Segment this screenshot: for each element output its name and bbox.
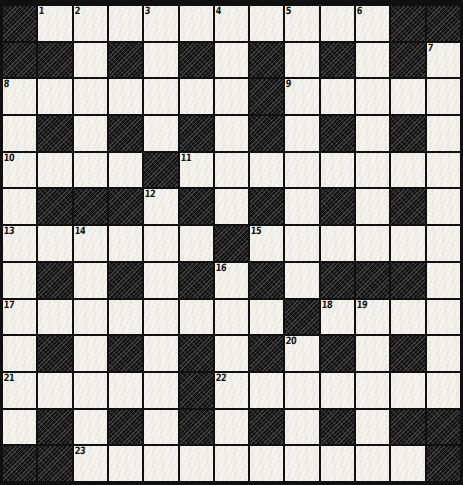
cell-r7c7-black xyxy=(215,226,248,261)
cell-r2c9[interactable] xyxy=(285,43,318,78)
cell-r11c1[interactable]: 21 xyxy=(3,373,36,408)
cell-r9c12[interactable] xyxy=(391,300,424,335)
cell-r7c4[interactable] xyxy=(109,226,142,261)
clue-number-7: 7 xyxy=(427,43,433,54)
cell-r1c4[interactable] xyxy=(109,6,142,41)
clue-number-23: 23 xyxy=(74,446,85,457)
cell-r7c13[interactable] xyxy=(427,226,460,261)
cell-r13c6[interactable] xyxy=(180,446,213,481)
cell-r4c11[interactable] xyxy=(356,116,389,151)
cell-r10c3[interactable] xyxy=(74,336,107,371)
cell-r2c12-black xyxy=(391,43,424,78)
cell-r5c7[interactable] xyxy=(215,153,248,188)
cell-r1c13-black xyxy=(427,6,460,41)
cell-r1c2[interactable]: 1 xyxy=(38,6,71,41)
clue-number-11: 11 xyxy=(180,153,191,164)
clue-number-1: 1 xyxy=(39,6,45,17)
cell-r13c11[interactable] xyxy=(356,446,389,481)
cell-r7c1[interactable]: 13 xyxy=(3,226,36,261)
clue-number-18: 18 xyxy=(321,300,332,311)
cell-r6c2-black xyxy=(38,189,71,224)
clue-number-12: 12 xyxy=(145,189,156,200)
cell-r7c5[interactable] xyxy=(144,226,177,261)
cell-r10c13[interactable] xyxy=(427,336,460,371)
cell-r2c5[interactable] xyxy=(144,43,177,78)
clue-number-21: 21 xyxy=(3,373,14,384)
clue-number-22: 22 xyxy=(215,373,226,384)
cell-r5c11[interactable] xyxy=(356,153,389,188)
cell-r12c10-black xyxy=(321,410,354,445)
clue-number-8: 8 xyxy=(3,79,9,90)
crossword-puzzle: 1234567891011121314151617181920212223 xyxy=(0,0,463,485)
cell-r3c4[interactable] xyxy=(109,79,142,114)
cell-r2c3[interactable] xyxy=(74,43,107,78)
cell-r7c10[interactable] xyxy=(321,226,354,261)
cell-r13c7[interactable] xyxy=(215,446,248,481)
clue-number-6: 6 xyxy=(356,6,362,17)
cell-r9c1[interactable]: 17 xyxy=(3,300,36,335)
cell-r2c8-black xyxy=(250,43,283,78)
cell-r3c1[interactable]: 8 xyxy=(3,79,36,114)
cell-r7c6[interactable] xyxy=(180,226,213,261)
cell-r10c2-black xyxy=(38,336,71,371)
cell-r7c11[interactable] xyxy=(356,226,389,261)
cell-r13c9[interactable] xyxy=(285,446,318,481)
clue-number-4: 4 xyxy=(215,6,221,17)
cell-r12c6-black xyxy=(180,410,213,445)
cell-r4c8-black xyxy=(250,116,283,151)
cell-r10c11[interactable] xyxy=(356,336,389,371)
cell-r10c6-black xyxy=(180,336,213,371)
clue-number-15: 15 xyxy=(251,226,262,237)
cell-r12c12-black xyxy=(391,410,424,445)
crossword-board: 1234567891011121314151617181920212223 xyxy=(3,6,460,481)
cell-r7c9[interactable] xyxy=(285,226,318,261)
cell-r5c13[interactable] xyxy=(427,153,460,188)
cell-r9c2[interactable] xyxy=(38,300,71,335)
cell-r1c10[interactable] xyxy=(321,6,354,41)
cell-r6c10-black xyxy=(321,189,354,224)
cell-r6c9[interactable] xyxy=(285,189,318,224)
cell-r3c9[interactable]: 9 xyxy=(285,79,318,114)
cell-r12c7[interactable] xyxy=(215,410,248,445)
cell-r4c4-black xyxy=(109,116,142,151)
cell-r1c5[interactable]: 3 xyxy=(144,6,177,41)
cell-r1c9[interactable]: 5 xyxy=(285,6,318,41)
cell-r9c7[interactable] xyxy=(215,300,248,335)
cell-r1c3[interactable]: 2 xyxy=(74,6,107,41)
cell-r1c1-black xyxy=(3,6,36,41)
cell-r5c12[interactable] xyxy=(391,153,424,188)
cell-r13c4[interactable] xyxy=(109,446,142,481)
cell-r11c4[interactable] xyxy=(109,373,142,408)
cell-r5c9[interactable] xyxy=(285,153,318,188)
cell-r4c2-black xyxy=(38,116,71,151)
cell-r11c2[interactable] xyxy=(38,373,71,408)
cell-r3c11[interactable] xyxy=(356,79,389,114)
cell-r11c8[interactable] xyxy=(250,373,283,408)
cell-r13c3[interactable]: 23 xyxy=(74,446,107,481)
cell-r3c10[interactable] xyxy=(321,79,354,114)
cell-r4c5[interactable] xyxy=(144,116,177,151)
cell-r10c10-black xyxy=(321,336,354,371)
cell-r3c6[interactable] xyxy=(180,79,213,114)
cell-r11c12[interactable] xyxy=(391,373,424,408)
cell-r6c5[interactable]: 12 xyxy=(144,189,177,224)
cell-r11c9[interactable] xyxy=(285,373,318,408)
cell-r5c1[interactable]: 10 xyxy=(3,153,36,188)
cell-r6c7[interactable] xyxy=(215,189,248,224)
cell-r6c13[interactable] xyxy=(427,189,460,224)
cell-r2c1-black xyxy=(3,43,36,78)
cell-r11c7[interactable]: 22 xyxy=(215,373,248,408)
cell-r5c2[interactable] xyxy=(38,153,71,188)
cell-r9c5[interactable] xyxy=(144,300,177,335)
cell-r10c9[interactable]: 20 xyxy=(285,336,318,371)
cell-r12c13-black xyxy=(427,410,460,445)
cell-r9c10[interactable]: 18 xyxy=(321,300,354,335)
cell-r11c13[interactable] xyxy=(427,373,460,408)
cell-r8c10-black xyxy=(321,263,354,298)
cell-r10c8-black xyxy=(250,336,283,371)
cell-r12c4-black xyxy=(109,410,142,445)
cell-r11c6-black xyxy=(180,373,213,408)
cell-r3c2[interactable] xyxy=(38,79,71,114)
cell-r13c5[interactable] xyxy=(144,446,177,481)
cell-r8c13[interactable] xyxy=(427,263,460,298)
cell-r11c10[interactable] xyxy=(321,373,354,408)
cell-r8c4-black xyxy=(109,263,142,298)
cell-r4c10-black xyxy=(321,116,354,151)
cell-r9c4[interactable] xyxy=(109,300,142,335)
cell-r9c8[interactable] xyxy=(250,300,283,335)
cell-r5c6[interactable]: 11 xyxy=(180,153,213,188)
cell-r3c13[interactable] xyxy=(427,79,460,114)
clue-number-2: 2 xyxy=(74,6,80,17)
cell-r8c9[interactable] xyxy=(285,263,318,298)
cell-r8c6-black xyxy=(180,263,213,298)
cell-r6c3-black xyxy=(74,189,107,224)
cell-r8c11-black xyxy=(356,263,389,298)
cell-r13c10[interactable] xyxy=(321,446,354,481)
cell-r6c11[interactable] xyxy=(356,189,389,224)
cell-r6c1[interactable] xyxy=(3,189,36,224)
cell-r2c13[interactable]: 7 xyxy=(427,43,460,78)
clue-number-19: 19 xyxy=(356,300,367,311)
cell-r2c7[interactable] xyxy=(215,43,248,78)
cell-r10c5[interactable] xyxy=(144,336,177,371)
cell-r8c2-black xyxy=(38,263,71,298)
cell-r1c11[interactable]: 6 xyxy=(356,6,389,41)
cell-r7c2[interactable] xyxy=(38,226,71,261)
cell-r2c10-black xyxy=(321,43,354,78)
clue-number-20: 20 xyxy=(286,336,297,347)
clue-number-13: 13 xyxy=(3,226,14,237)
cell-r10c4-black xyxy=(109,336,142,371)
clue-number-10: 10 xyxy=(3,153,14,164)
cell-r3c7[interactable] xyxy=(215,79,248,114)
cell-r10c1[interactable] xyxy=(3,336,36,371)
cell-r4c13[interactable] xyxy=(427,116,460,151)
cell-r13c13-black xyxy=(427,446,460,481)
cell-r8c7[interactable]: 16 xyxy=(215,263,248,298)
cell-r9c6[interactable] xyxy=(180,300,213,335)
cell-r6c12-black xyxy=(391,189,424,224)
clue-number-9: 9 xyxy=(286,79,292,90)
clue-number-5: 5 xyxy=(286,6,292,17)
cell-r12c8-black xyxy=(250,410,283,445)
cell-r4c9[interactable] xyxy=(285,116,318,151)
cell-r6c4-black xyxy=(109,189,142,224)
cell-r3c8-black xyxy=(250,79,283,114)
cell-r13c2-black xyxy=(38,446,71,481)
cell-r12c11[interactable] xyxy=(356,410,389,445)
cell-r4c7[interactable] xyxy=(215,116,248,151)
cell-r2c11[interactable] xyxy=(356,43,389,78)
cell-r6c8-black xyxy=(250,189,283,224)
cell-r2c6-black xyxy=(180,43,213,78)
cell-r12c5[interactable] xyxy=(144,410,177,445)
cell-r9c13[interactable] xyxy=(427,300,460,335)
cell-r6c6-black xyxy=(180,189,213,224)
cell-r2c2-black xyxy=(38,43,71,78)
cell-r11c5[interactable] xyxy=(144,373,177,408)
cell-r8c8-black xyxy=(250,263,283,298)
cell-r4c6-black xyxy=(180,116,213,151)
cell-r5c3[interactable] xyxy=(74,153,107,188)
cell-r12c9[interactable] xyxy=(285,410,318,445)
cell-r5c8[interactable] xyxy=(250,153,283,188)
cell-r7c8[interactable]: 15 xyxy=(250,226,283,261)
cell-r10c7[interactable] xyxy=(215,336,248,371)
cell-r7c3[interactable]: 14 xyxy=(74,226,107,261)
clue-number-17: 17 xyxy=(3,300,14,311)
cell-r4c1[interactable] xyxy=(3,116,36,151)
cell-r1c8[interactable] xyxy=(250,6,283,41)
cell-r12c1[interactable] xyxy=(3,410,36,445)
clue-number-3: 3 xyxy=(145,6,151,17)
cell-r3c12[interactable] xyxy=(391,79,424,114)
cell-r9c9-black xyxy=(285,300,318,335)
cell-r3c3[interactable] xyxy=(74,79,107,114)
cell-r4c12-black xyxy=(391,116,424,151)
cell-r8c5[interactable] xyxy=(144,263,177,298)
cell-r8c12-black xyxy=(391,263,424,298)
cell-r1c7[interactable]: 4 xyxy=(215,6,248,41)
cell-r5c5-black xyxy=(144,153,177,188)
cell-r5c4[interactable] xyxy=(109,153,142,188)
cell-r11c11[interactable] xyxy=(356,373,389,408)
cell-r7c12[interactable] xyxy=(391,226,424,261)
cell-r2c4-black xyxy=(109,43,142,78)
cell-r12c3[interactable] xyxy=(74,410,107,445)
clue-number-16: 16 xyxy=(215,263,226,274)
clue-number-14: 14 xyxy=(74,226,85,237)
cell-r1c12-black xyxy=(391,6,424,41)
cell-r9c11[interactable]: 19 xyxy=(356,300,389,335)
cell-r8c3[interactable] xyxy=(74,263,107,298)
cell-r13c12[interactable] xyxy=(391,446,424,481)
cell-r13c8[interactable] xyxy=(250,446,283,481)
cell-r1c6[interactable] xyxy=(180,6,213,41)
cell-r3c5[interactable] xyxy=(144,79,177,114)
cell-r8c1[interactable] xyxy=(3,263,36,298)
cell-r11c3[interactable] xyxy=(74,373,107,408)
cell-r10c12-black xyxy=(391,336,424,371)
cell-r9c3[interactable] xyxy=(74,300,107,335)
cell-r5c10[interactable] xyxy=(321,153,354,188)
cell-r4c3[interactable] xyxy=(74,116,107,151)
cell-r12c2-black xyxy=(38,410,71,445)
cell-r13c1-black xyxy=(3,446,36,481)
